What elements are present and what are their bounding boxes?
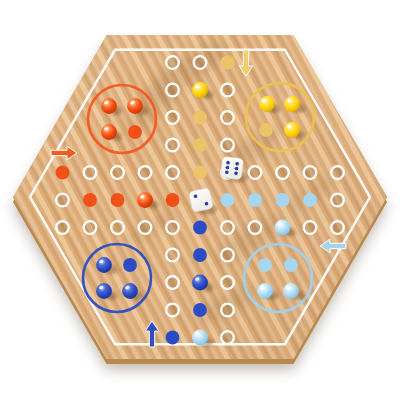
home-stretch-hole-light-blue[interactable]: [276, 193, 290, 207]
track-hole[interactable]: [249, 221, 262, 234]
home-stretch-hole-blue[interactable]: [193, 248, 207, 262]
base-hole-orange[interactable]: [128, 125, 142, 139]
track-hole[interactable]: [139, 221, 152, 234]
track-hole[interactable]: [56, 221, 69, 234]
track-hole[interactable]: [166, 139, 179, 152]
base-hole-blue[interactable]: [123, 258, 137, 272]
track-hole[interactable]: [249, 166, 262, 179]
home-stretch-hole-light-blue[interactable]: [221, 193, 235, 207]
track-hole[interactable]: [166, 276, 179, 289]
track-hole[interactable]: [221, 249, 234, 262]
base-hole-light_blue[interactable]: [284, 258, 298, 272]
track-hole[interactable]: [194, 56, 207, 69]
track-hole[interactable]: [221, 111, 234, 124]
start-hole-yellow[interactable]: [221, 56, 235, 70]
home-stretch-hole-orange[interactable]: [83, 193, 97, 207]
track-hole[interactable]: [166, 111, 179, 124]
board-photo: [0, 0, 400, 400]
track-hole[interactable]: [56, 194, 69, 207]
home-stretch-hole-yellow[interactable]: [193, 111, 207, 125]
track-hole[interactable]: [304, 221, 317, 234]
track-hole[interactable]: [166, 221, 179, 234]
base-hole-yellow[interactable]: [259, 123, 273, 137]
track-hole[interactable]: [111, 221, 124, 234]
home-stretch-hole-yellow[interactable]: [193, 166, 207, 180]
track-hole[interactable]: [331, 166, 344, 179]
track-hole[interactable]: [166, 84, 179, 97]
track-hole[interactable]: [304, 166, 317, 179]
track-hole[interactable]: [221, 331, 234, 344]
home-stretch-hole-blue[interactable]: [193, 221, 207, 235]
track-hole[interactable]: [166, 249, 179, 262]
track-hole[interactable]: [166, 56, 179, 69]
game-board: [0, 0, 400, 400]
track-hole[interactable]: [331, 194, 344, 207]
track-hole[interactable]: [221, 84, 234, 97]
track-hole[interactable]: [331, 221, 344, 234]
start-hole-blue[interactable]: [166, 331, 180, 345]
home-stretch-hole-light-blue[interactable]: [248, 193, 262, 207]
home-stretch-hole-light-blue[interactable]: [303, 193, 317, 207]
die-showing-2[interactable]: [189, 188, 214, 213]
track-hole[interactable]: [166, 166, 179, 179]
track-hole[interactable]: [221, 304, 234, 317]
track-hole[interactable]: [84, 166, 97, 179]
track-hole[interactable]: [111, 166, 124, 179]
home-stretch-hole-yellow[interactable]: [193, 138, 207, 152]
die-showing-6[interactable]: [220, 156, 243, 179]
start-hole-orange[interactable]: [56, 166, 70, 180]
track-hole[interactable]: [84, 221, 97, 234]
track-hole[interactable]: [221, 139, 234, 152]
base-hole-light_blue[interactable]: [258, 258, 272, 272]
track-hole[interactable]: [221, 276, 234, 289]
track-hole[interactable]: [166, 304, 179, 317]
home-stretch-hole-blue[interactable]: [193, 303, 207, 317]
track-hole[interactable]: [139, 166, 152, 179]
track-hole[interactable]: [221, 221, 234, 234]
home-stretch-hole-orange[interactable]: [166, 193, 180, 207]
home-stretch-hole-orange[interactable]: [111, 193, 125, 207]
track-hole[interactable]: [276, 166, 289, 179]
